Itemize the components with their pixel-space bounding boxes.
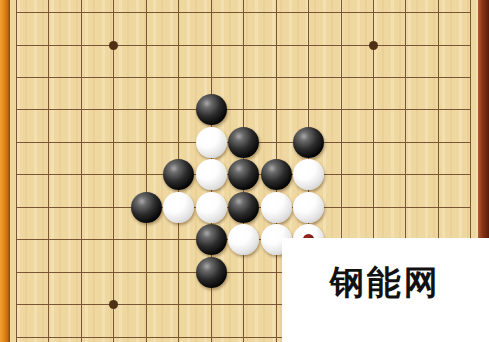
white-stone (163, 192, 194, 223)
white-stone (261, 192, 292, 223)
white-stone (196, 192, 227, 223)
white-stone (293, 192, 324, 223)
white-stone (293, 159, 324, 190)
watermark-text: 钢能网 (330, 260, 441, 306)
star-point (369, 41, 378, 50)
black-stone (196, 257, 227, 288)
black-stone (196, 224, 227, 255)
white-stone (228, 224, 259, 255)
black-stone (131, 192, 162, 223)
white-stone (196, 127, 227, 158)
white-stone (196, 159, 227, 190)
watermark-panel: 钢能网 (282, 238, 489, 342)
black-stone (228, 127, 259, 158)
gomoku-board[interactable]: 钢能网 (0, 0, 489, 342)
black-stone (261, 159, 292, 190)
star-point (109, 41, 118, 50)
star-point (109, 300, 118, 309)
black-stone (196, 94, 227, 125)
black-stone (163, 159, 194, 190)
black-stone (228, 159, 259, 190)
black-stone (228, 192, 259, 223)
black-stone (293, 127, 324, 158)
board-frame-left (0, 0, 10, 342)
